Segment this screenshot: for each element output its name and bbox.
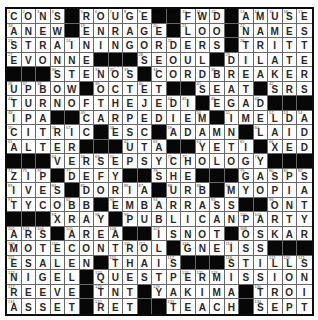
letter-cell-r2c13: 21L (181, 24, 196, 39)
answer-letter: E (286, 24, 293, 37)
letter-cell-r16c1: 102A (7, 227, 22, 242)
letter-cell-r14c1: 91T (7, 198, 22, 213)
letter-cell-r17c1: 109M (7, 241, 22, 256)
letter-cell-r9c16: N (225, 125, 240, 140)
letter-cell-r5c5: T (65, 67, 80, 82)
letter-cell-r6c20: R (283, 82, 298, 97)
clue-number: 5 (81, 10, 83, 14)
letter-cell-r9c21: D (297, 125, 312, 140)
letter-cell-r2c7: N (94, 24, 109, 39)
letter-cell-r8c18: E (254, 111, 269, 126)
letter-cell-r20c15: M (210, 285, 225, 300)
answer-letter: P (170, 270, 177, 283)
answer-letter: G (242, 154, 250, 167)
letter-cell-r3c4: A (51, 38, 66, 53)
letter-cell-r5c4: 30S (51, 67, 66, 82)
clue-number: 60 (255, 126, 259, 130)
letter-cell-r2c20: E (283, 24, 298, 39)
answer-letter: P (286, 300, 293, 313)
letter-cell-r14c2: Y (22, 198, 37, 213)
letter-cell-r21c4: E (51, 299, 66, 314)
answer-letter: S (257, 241, 264, 254)
block-cell-r17c20 (283, 241, 298, 256)
answer-letter: I (27, 169, 30, 182)
letter-cell-r21c14: A (196, 299, 211, 314)
clue-number: 126 (211, 271, 218, 275)
letter-cell-r11c6: 68R (80, 154, 95, 169)
answer-letter: O (97, 9, 105, 22)
letter-cell-r8c6: 49C (80, 111, 95, 126)
answer-letter: S (54, 9, 61, 22)
letter-cell-r11c7: 69S (94, 154, 109, 169)
answer-letter: M (213, 125, 221, 138)
letter-cell-r2c19: M (268, 24, 283, 39)
answer-letter: O (213, 24, 221, 37)
clue-number: 37 (23, 82, 27, 86)
answer-letter: S (257, 270, 264, 283)
clue-number: 6 (95, 10, 97, 14)
block-cell-r7c21 (297, 96, 312, 111)
answer-letter: G (140, 24, 148, 37)
clue-number: 134 (255, 300, 262, 304)
letter-cell-r8c12: I (167, 111, 182, 126)
letter-cell-r9c4: 56R (51, 125, 66, 140)
letter-cell-r18c11: I (152, 256, 167, 271)
letter-cell-r9c15: M (210, 125, 225, 140)
letter-cell-r21c9: T (123, 299, 138, 314)
answer-letter: I (186, 212, 189, 225)
block-cell-r14c18 (254, 198, 269, 213)
clue-number: 66 (269, 140, 273, 144)
answer-letter: O (256, 183, 264, 196)
answer-letter: R (286, 82, 293, 95)
letter-cell-r13c4: 84S (51, 183, 66, 198)
letter-cell-r16c6: R (80, 227, 95, 242)
letter-cell-r20c11: 129Y (152, 285, 167, 300)
letter-cell-r12c2: 75I (22, 169, 37, 184)
clue-number: 100 (240, 213, 247, 217)
letter-cell-r16c7: E (94, 227, 109, 242)
answer-letter: T (69, 300, 75, 313)
block-cell-r1c11 (152, 9, 167, 24)
block-cell-r1c16 (225, 9, 240, 24)
clue-number: 78 (153, 169, 157, 173)
letter-cell-r8c8: R (109, 111, 124, 126)
clue-number: 38 (37, 82, 41, 86)
letter-cell-r2c10: G (138, 24, 153, 39)
clue-number: 39 (95, 82, 99, 86)
answer-letter: E (141, 111, 148, 124)
clue-number: 26 (240, 39, 244, 43)
answer-letter: H (170, 169, 177, 182)
letter-cell-r4c17: I (239, 53, 254, 68)
letter-cell-r13c19: P (268, 183, 283, 198)
answer-letter: N (39, 9, 46, 22)
letter-cell-r18c8: 116T (109, 256, 124, 271)
letter-cell-r2c14: O (196, 24, 211, 39)
answer-letter: P (271, 183, 278, 196)
answer-letter: L (54, 256, 60, 269)
answer-letter: R (83, 9, 90, 22)
letter-cell-r14c14: A (196, 198, 211, 213)
letter-cell-r16c17: 108O (239, 227, 254, 242)
letter-cell-r4c1: 27E (7, 53, 22, 68)
letter-cell-r11c18: 73Y (254, 154, 269, 169)
letter-cell-r10c2: L (22, 140, 37, 155)
letter-cell-r17c17: S (239, 241, 254, 256)
answer-letter: I (288, 183, 291, 196)
clue-number: 40 (139, 82, 143, 86)
answer-letter: O (285, 285, 293, 298)
answer-letter: T (141, 140, 147, 153)
letter-cell-r5c19: K (268, 67, 283, 82)
clue-number: 122 (8, 271, 15, 275)
answer-letter: E (155, 53, 162, 66)
letter-cell-r6c16: A (225, 82, 240, 97)
answer-letter: U (141, 212, 148, 225)
letter-cell-r6c21: S (297, 82, 312, 97)
answer-letter: O (285, 270, 293, 283)
letter-cell-r18c10: A (138, 256, 153, 271)
letter-cell-r20c21: I (297, 285, 312, 300)
clue-number: 71 (168, 155, 172, 159)
answer-letter: G (227, 96, 235, 109)
clue-number: 74 (8, 169, 12, 173)
letter-cell-r2c3: E (36, 24, 51, 39)
answer-letter: I (27, 125, 30, 138)
letter-cell-r15c19: R (268, 212, 283, 227)
letter-cell-r3c13: E (181, 38, 196, 53)
letter-cell-r9c14: A (196, 125, 211, 140)
letter-cell-r21c15: C (210, 299, 225, 314)
answer-letter: T (286, 38, 292, 51)
answer-letter: E (112, 300, 119, 313)
letter-cell-r10c15: E (210, 140, 225, 155)
letter-cell-r20c12: A (167, 285, 182, 300)
letter-cell-r9c5: 57I (65, 125, 80, 140)
letter-cell-r19c9: E (123, 270, 138, 285)
letter-cell-r2c17: 22N (239, 24, 254, 39)
clue-number: 107 (153, 227, 160, 231)
answer-letter: E (68, 285, 75, 298)
answer-letter: T (127, 285, 133, 298)
letter-cell-r10c20: E (283, 140, 298, 155)
clue-number: 20 (153, 24, 157, 28)
answer-letter: U (112, 9, 119, 22)
letter-cell-r8c9: P (123, 111, 138, 126)
clue-number: 46 (211, 97, 215, 101)
letter-cell-r3c11: R (152, 38, 167, 53)
block-cell-r8c4 (51, 111, 66, 126)
letter-cell-r11c13: 72H (181, 154, 196, 169)
letter-cell-r5c18: A (254, 67, 269, 82)
letter-cell-r17c13: 113G (181, 241, 196, 256)
answer-letter: G (126, 9, 134, 22)
letter-cell-r4c18: L (254, 53, 269, 68)
answer-letter: N (228, 212, 235, 225)
letter-cell-r7c17: A (239, 96, 254, 111)
answer-letter: R (257, 38, 264, 51)
letter-cell-r3c10: O (138, 38, 153, 53)
clue-number: 111 (124, 242, 130, 246)
letter-cell-r9c1: 55C (7, 125, 22, 140)
letter-cell-r19c13: 124E (181, 270, 196, 285)
clue-number: 67 (52, 155, 56, 159)
letter-cell-r15c9: 99P (123, 212, 138, 227)
block-cell-r10c12 (167, 140, 182, 155)
clue-number: 97 (52, 213, 56, 217)
answer-letter: R (184, 198, 191, 211)
letter-cell-r12c21: 82S (297, 169, 312, 184)
clue-number: 35 (211, 68, 215, 72)
letter-cell-r1c7: 6O (94, 9, 109, 24)
clue-number: 85 (81, 184, 85, 188)
letter-cell-r3c5: 24I (65, 38, 80, 53)
answer-letter: B (83, 198, 90, 211)
answer-letter: S (25, 300, 32, 313)
block-cell-r4c9 (123, 53, 138, 68)
letter-cell-r6c8: C (109, 82, 124, 97)
answer-letter: N (97, 24, 104, 37)
letter-cell-r2c8: R (109, 24, 124, 39)
clue-number: 36 (8, 82, 12, 86)
letter-cell-r12c19: 80S (268, 169, 283, 184)
letter-cell-r8c2: P (22, 111, 37, 126)
answer-letter: T (156, 270, 162, 283)
letter-cell-r20c7: 128T (94, 285, 109, 300)
letter-cell-r7c13: 45I (181, 96, 196, 111)
block-cell-r11c19 (268, 154, 283, 169)
letter-cell-r14c10: B (138, 198, 153, 213)
letter-cell-r19c20: O (283, 270, 298, 285)
answer-letter: E (184, 300, 191, 313)
answer-letter: A (301, 183, 308, 196)
letter-cell-r5c14: D (196, 67, 211, 82)
letter-cell-r19c19: I (268, 270, 283, 285)
answer-letter: E (39, 285, 46, 298)
answer-letter: T (156, 82, 162, 95)
letter-cell-r9c10: C (138, 125, 153, 140)
answer-letter: S (228, 198, 235, 211)
letter-cell-r11c4: 67V (51, 154, 66, 169)
letter-cell-r10c9: 62U (123, 140, 138, 155)
letter-cell-r1c4: 4S (51, 9, 66, 24)
letter-cell-r10c14: 64Y (196, 140, 211, 155)
letter-cell-r13c20: I (283, 183, 298, 198)
letter-cell-r17c5: C (65, 241, 80, 256)
clue-number: 52 (269, 111, 273, 115)
block-cell-r5c10 (138, 67, 153, 82)
block-cell-r8c15 (210, 111, 225, 126)
answer-letter: V (25, 53, 32, 66)
letter-cell-r8c1: 48I (7, 111, 22, 126)
letter-cell-r5c11: 34C (152, 67, 167, 82)
clue-number: 106 (110, 227, 117, 231)
letter-cell-r4c4: N (51, 53, 66, 68)
letter-cell-r8c3: A (36, 111, 51, 126)
letter-cell-r21c18: 134S (254, 299, 269, 314)
block-cell-r12c10 (138, 169, 153, 184)
letter-cell-r20c3: E (36, 285, 51, 300)
letter-cell-r11c5: E (65, 154, 80, 169)
clue-number: 80 (269, 169, 273, 173)
letter-cell-r2c18: A (254, 24, 269, 39)
letter-cell-r11c14: O (196, 154, 211, 169)
clue-number: 14 (255, 10, 259, 14)
clue-number: 12 (211, 10, 215, 14)
clue-number: 55 (8, 126, 12, 130)
answer-letter: I (244, 53, 247, 66)
letter-cell-r11c10: S (138, 154, 153, 169)
block-cell-r9c17 (239, 125, 254, 140)
letter-cell-r16c12: S (167, 227, 182, 242)
letter-cell-r4c6: E (80, 53, 95, 68)
clue-number: 45 (182, 97, 186, 101)
letter-cell-r7c15: 46E (210, 96, 225, 111)
answer-letter: L (69, 270, 75, 283)
block-cell-r6c13 (181, 82, 196, 97)
clue-number: 114 (226, 242, 232, 246)
block-cell-r5c3 (36, 67, 51, 82)
letter-cell-r13c13: R (181, 183, 196, 198)
answer-letter: A (83, 212, 90, 225)
letter-cell-r20c1: 127R (7, 285, 22, 300)
answer-letter: N (112, 285, 119, 298)
clue-number: 123 (95, 271, 102, 275)
letter-cell-r15c10: U (138, 212, 153, 227)
answer-letter: M (242, 111, 250, 124)
letter-cell-r15c13: I (181, 212, 196, 227)
letter-cell-r3c1: 23S (7, 38, 22, 53)
letter-cell-r14c3: C (36, 198, 51, 213)
answer-letter: R (83, 227, 90, 240)
answer-letter: T (40, 241, 46, 254)
letter-cell-r21c21: T (297, 299, 312, 314)
letter-cell-r16c3: 104S (36, 227, 51, 242)
letter-cell-r21c16: H (225, 299, 240, 314)
answer-letter: L (199, 53, 205, 66)
answer-letter: A (213, 212, 220, 225)
answer-letter: T (228, 140, 234, 153)
block-cell-r16c16 (225, 227, 240, 242)
clue-number: 84 (52, 184, 56, 188)
letter-cell-r12c12: H (167, 169, 182, 184)
clue-number: 72 (182, 155, 186, 159)
answer-letter: D (155, 111, 162, 124)
clue-number: 54 (298, 111, 302, 115)
letter-cell-r11c15: L (210, 154, 225, 169)
block-cell-r20c10 (138, 285, 153, 300)
answer-letter: T (301, 300, 307, 313)
answer-letter: R (155, 38, 162, 51)
answer-letter: U (112, 270, 119, 283)
letter-cell-r1c14: 11W (196, 9, 211, 24)
letter-cell-r11c11: Y (152, 154, 167, 169)
letter-cell-r6c1: 36U (7, 82, 22, 97)
letter-cell-r2c15: O (210, 24, 225, 39)
answer-letter: O (68, 96, 76, 109)
letter-cell-r9c3: T (36, 125, 51, 140)
clue-number: 98 (95, 213, 99, 217)
letter-cell-r17c8: T (109, 241, 124, 256)
answer-letter: N (184, 227, 191, 240)
clue-number: 102 (8, 227, 15, 231)
letter-cell-r19c14: 125R (196, 270, 211, 285)
answer-letter: R (271, 285, 278, 298)
answer-letter: A (97, 111, 104, 124)
answer-letter: E (54, 270, 61, 283)
letter-cell-r4c13: U (181, 53, 196, 68)
letter-cell-r6c9: T (123, 82, 138, 97)
letter-cell-r8c13: E (181, 111, 196, 126)
answer-letter: T (25, 38, 31, 51)
letter-cell-r5c6: E (80, 67, 95, 82)
answer-letter: R (228, 67, 235, 80)
letter-cell-r6c15: E (210, 82, 225, 97)
letter-cell-r6c11: T (152, 82, 167, 97)
letter-cell-r15c18: 101A (254, 212, 269, 227)
letter-cell-r8c14: 50M (196, 111, 211, 126)
clue-number: 30 (52, 68, 56, 72)
answer-letter: I (288, 125, 291, 138)
letter-cell-r17c15: E (210, 241, 225, 256)
clue-number: 61 (8, 140, 12, 144)
clue-number: 1 (8, 10, 10, 14)
letter-cell-r9c6: C (80, 125, 95, 140)
answer-letter: O (53, 82, 61, 95)
letter-cell-r12c13: E (181, 169, 196, 184)
answer-letter: K (271, 67, 278, 80)
letter-cell-r3c8: N (109, 38, 124, 53)
letter-cell-r15c11: B (152, 212, 167, 227)
letter-cell-r4c2: V (22, 53, 37, 68)
clue-number: 108 (240, 227, 247, 231)
answer-letter: A (228, 285, 235, 298)
answer-letter: R (68, 140, 75, 153)
letter-cell-r4c19: A (268, 53, 283, 68)
clue-number: 23 (8, 39, 12, 43)
letter-cell-r16c19: K (268, 227, 283, 242)
letter-cell-r8c16: 51I (225, 111, 240, 126)
clue-number: 42 (269, 82, 273, 86)
letter-cell-r5c7: 31N (94, 67, 109, 82)
block-cell-r12c4 (51, 169, 66, 184)
letter-cell-r21c8: E (109, 299, 124, 314)
letter-cell-r14c16: S (225, 198, 240, 213)
letter-cell-r17c2: O (22, 241, 37, 256)
answer-letter: I (128, 183, 131, 196)
letter-cell-r5c8: 32O (109, 67, 124, 82)
clue-number: 116 (110, 256, 116, 260)
answer-letter: T (214, 227, 220, 240)
clue-number: 93 (110, 198, 114, 202)
letter-cell-r16c15: T (210, 227, 225, 242)
answer-letter: P (126, 154, 133, 167)
letter-cell-r2c11: 20E (152, 24, 167, 39)
answer-letter: T (301, 198, 307, 211)
block-cell-r18c15 (210, 256, 225, 271)
letter-cell-r1c8: 7U (109, 9, 124, 24)
answer-letter: R (170, 198, 177, 211)
answer-letter: E (68, 154, 75, 167)
answer-letter: I (12, 183, 15, 196)
clue-number: 3 (37, 10, 39, 14)
answer-letter: O (53, 198, 61, 211)
clue-number: 64 (197, 140, 201, 144)
clue-number: 105 (66, 227, 73, 231)
letter-cell-r4c11: E (152, 53, 167, 68)
block-cell-r21c10 (138, 299, 153, 314)
